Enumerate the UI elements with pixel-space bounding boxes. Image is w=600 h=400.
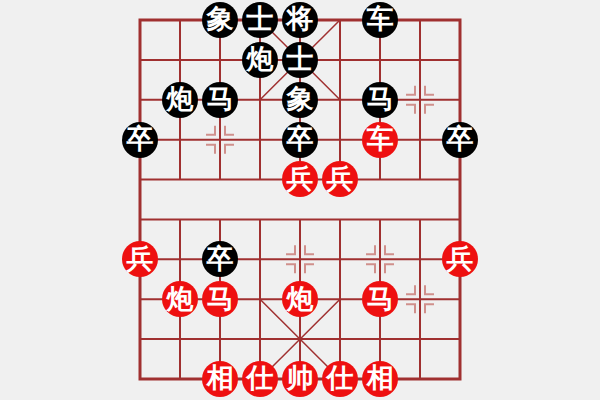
piece-red-elephant[interactable]: 相 xyxy=(362,361,398,397)
piece-black-horse[interactable]: 马 xyxy=(202,82,238,118)
piece-red-soldier[interactable]: 兵 xyxy=(322,161,358,197)
piece-black-advisor[interactable]: 士 xyxy=(282,42,318,78)
piece-red-soldier[interactable]: 兵 xyxy=(282,161,318,197)
piece-red-advisor[interactable]: 仕 xyxy=(322,361,358,397)
piece-black-elephant[interactable]: 象 xyxy=(202,2,238,38)
piece-black-elephant[interactable]: 象 xyxy=(282,82,318,118)
piece-red-cannon[interactable]: 炮 xyxy=(282,281,318,317)
piece-black-horse[interactable]: 马 xyxy=(362,82,398,118)
piece-red-cannon[interactable]: 炮 xyxy=(162,281,198,317)
piece-red-soldier[interactable]: 兵 xyxy=(442,241,478,277)
piece-red-horse[interactable]: 马 xyxy=(202,281,238,317)
piece-red-elephant[interactable]: 相 xyxy=(202,361,238,397)
piece-black-chariot[interactable]: 车 xyxy=(362,2,398,38)
piece-black-soldier[interactable]: 卒 xyxy=(282,122,318,158)
screen: 象士将车炮士炮马象马卒卒卒卒车兵兵兵兵炮马炮马相仕帅仕相 xyxy=(0,0,600,400)
piece-red-horse[interactable]: 马 xyxy=(362,281,398,317)
piece-black-cannon[interactable]: 炮 xyxy=(242,42,278,78)
piece-black-advisor[interactable]: 士 xyxy=(242,2,278,38)
piece-black-soldier[interactable]: 卒 xyxy=(442,122,478,158)
piece-black-soldier[interactable]: 卒 xyxy=(122,122,158,158)
piece-red-chariot[interactable]: 车 xyxy=(362,122,398,158)
piece-red-general[interactable]: 帅 xyxy=(282,361,318,397)
piece-black-cannon[interactable]: 炮 xyxy=(162,82,198,118)
xiangqi-board[interactable]: 象士将车炮士炮马象马卒卒卒卒车兵兵兵兵炮马炮马相仕帅仕相 xyxy=(120,0,480,399)
piece-black-general[interactable]: 将 xyxy=(282,2,318,38)
piece-black-soldier[interactable]: 卒 xyxy=(202,241,238,277)
piece-red-soldier[interactable]: 兵 xyxy=(122,241,158,277)
piece-red-advisor[interactable]: 仕 xyxy=(242,361,278,397)
